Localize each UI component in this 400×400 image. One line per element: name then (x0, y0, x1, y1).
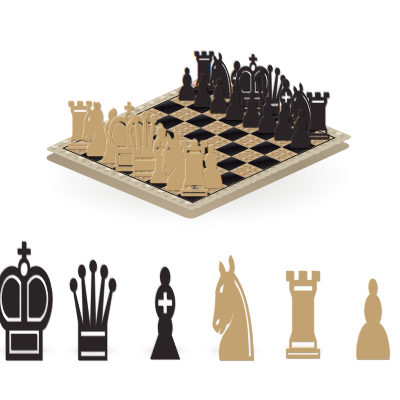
product-photo: ♜♞♝♛♚♝♞♜♟♟♟♟♟♟♟♟♟♟♟♟♟♟♟♟♜♞♝♛♚♝♞♜ ♚♛♝♞♜♟ (0, 0, 400, 400)
showcase-black-queen: ♛ (62, 244, 123, 381)
showcase-white-knight: ♞ (201, 238, 266, 382)
showcase-white-rook: ♜ (276, 258, 329, 377)
showcase-black-king: ♚ (0, 223, 60, 385)
piece-showcase: ♚♛♝♞♜♟ (0, 0, 400, 400)
showcase-black-bishop: ♝ (137, 253, 193, 379)
showcase-white-pawn: ♟ (348, 266, 397, 376)
